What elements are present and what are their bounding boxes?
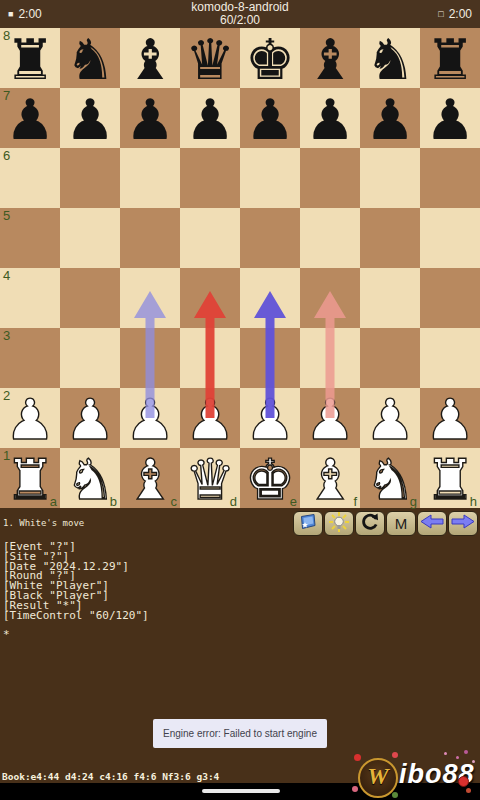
square-d8[interactable]: ♛ bbox=[180, 28, 240, 88]
black-piece-k: ♚ bbox=[240, 28, 300, 88]
lantern-dot bbox=[466, 788, 471, 793]
time-control: 60/2:00 bbox=[0, 14, 480, 27]
engine-error-toast: Engine error: Failed to start engine bbox=[153, 719, 327, 748]
square-d1[interactable]: ♛d bbox=[180, 448, 240, 508]
rank-label: 4 bbox=[3, 268, 10, 283]
watermark-logo: W ibo88 bbox=[352, 750, 480, 800]
square-f7[interactable]: ♟ bbox=[300, 88, 360, 148]
file-label: g bbox=[410, 494, 417, 509]
square-g3[interactable] bbox=[360, 328, 420, 388]
home-gesture-pill[interactable] bbox=[202, 789, 280, 793]
book-button[interactable] bbox=[293, 511, 323, 536]
square-d7[interactable]: ♟ bbox=[180, 88, 240, 148]
rank-label: 5 bbox=[3, 208, 10, 223]
rank-label: 8 bbox=[3, 28, 10, 43]
square-a6[interactable]: 6 bbox=[0, 148, 60, 208]
rank-label: 7 bbox=[3, 88, 10, 103]
square-g4[interactable] bbox=[360, 268, 420, 328]
square-h3[interactable] bbox=[420, 328, 480, 388]
square-c6[interactable] bbox=[120, 148, 180, 208]
white-piece-p: ♟ bbox=[360, 388, 420, 448]
back-button[interactable] bbox=[417, 511, 447, 536]
pgn-line: [Event "?"] bbox=[3, 542, 480, 552]
white-piece-p: ♟ bbox=[120, 388, 180, 448]
square-d4[interactable] bbox=[180, 268, 240, 328]
move-bar: 1. White's move bbox=[0, 508, 480, 538]
white-clock-icon: ■ bbox=[8, 8, 13, 20]
black-piece-b: ♝ bbox=[300, 28, 360, 88]
square-f5[interactable] bbox=[300, 208, 360, 268]
arrow-left-icon bbox=[420, 514, 444, 532]
black-piece-b: ♝ bbox=[120, 28, 180, 88]
file-label: c bbox=[171, 494, 178, 509]
move-status-text: 1. White's move bbox=[3, 518, 84, 528]
flower-dot bbox=[392, 752, 398, 758]
black-piece-n: ♞ bbox=[360, 28, 420, 88]
sparkle-dot bbox=[456, 756, 459, 759]
engine-title-block: komodo-8-android 60/2:00 bbox=[0, 1, 480, 27]
square-d5[interactable] bbox=[180, 208, 240, 268]
square-g6[interactable] bbox=[360, 148, 420, 208]
black-piece-p: ♟ bbox=[240, 88, 300, 148]
square-e8[interactable]: ♚ bbox=[240, 28, 300, 88]
square-f4[interactable] bbox=[300, 268, 360, 328]
square-e1[interactable]: ♚e bbox=[240, 448, 300, 508]
lightbulb-icon bbox=[329, 512, 349, 535]
refresh-icon bbox=[360, 512, 380, 535]
square-f3[interactable] bbox=[300, 328, 360, 388]
chess-board[interactable]: ♜8♞♝♛♚♝♞♜♟7♟♟♟♟♟♟♟6543♟2♟♟♟♟♟♟♟♜1a♞b♝c♛d… bbox=[0, 28, 480, 508]
white-piece-p: ♟ bbox=[240, 388, 300, 448]
white-clock-time: 2:00 bbox=[18, 7, 41, 21]
sparkle-dot bbox=[472, 760, 475, 763]
square-g5[interactable] bbox=[360, 208, 420, 268]
watermark-initial: W bbox=[360, 763, 396, 790]
book-icon bbox=[298, 513, 318, 534]
square-b4[interactable] bbox=[60, 268, 120, 328]
square-a2[interactable]: ♟2 bbox=[0, 388, 60, 448]
square-g8[interactable]: ♞ bbox=[360, 28, 420, 88]
status-bar: ■ 2:00 komodo-8-android 60/2:00 □ 2:00 bbox=[0, 0, 480, 28]
file-label: f bbox=[353, 494, 357, 509]
rank-label: 2 bbox=[3, 388, 10, 403]
black-piece-r: ♜ bbox=[420, 28, 480, 88]
square-e3[interactable] bbox=[240, 328, 300, 388]
arrow-right-icon bbox=[451, 514, 475, 532]
pgn-text: [Event "?"][Site "?"][Date "2024.12.29"]… bbox=[3, 542, 480, 640]
screen: { "game": "chess", "app": "komodo-8-andr… bbox=[0, 0, 480, 800]
square-e6[interactable] bbox=[240, 148, 300, 208]
square-a3[interactable]: 3 bbox=[0, 328, 60, 388]
black-clock-icon: □ bbox=[438, 8, 443, 20]
black-piece-q: ♛ bbox=[180, 28, 240, 88]
square-b5[interactable] bbox=[60, 208, 120, 268]
file-label: e bbox=[290, 494, 297, 509]
square-e4[interactable] bbox=[240, 268, 300, 328]
square-h6[interactable] bbox=[420, 148, 480, 208]
rank-label: 3 bbox=[3, 328, 10, 343]
white-piece-b: ♝ bbox=[300, 448, 360, 508]
square-b6[interactable] bbox=[60, 148, 120, 208]
square-a8[interactable]: ♜8 bbox=[0, 28, 60, 88]
square-b8[interactable]: ♞ bbox=[60, 28, 120, 88]
square-h1[interactable]: ♜h bbox=[420, 448, 480, 508]
square-f1[interactable]: ♝f bbox=[300, 448, 360, 508]
mode-button-label: M bbox=[395, 515, 408, 532]
square-d3[interactable] bbox=[180, 328, 240, 388]
square-f2[interactable]: ♟ bbox=[300, 388, 360, 448]
flower-dot bbox=[392, 792, 398, 798]
forward-button[interactable] bbox=[448, 511, 478, 536]
square-a5[interactable]: 5 bbox=[0, 208, 60, 268]
black-piece-p: ♟ bbox=[120, 88, 180, 148]
square-e5[interactable] bbox=[240, 208, 300, 268]
lantern-dot bbox=[458, 776, 469, 787]
black-piece-p: ♟ bbox=[300, 88, 360, 148]
square-a1[interactable]: ♜1a bbox=[0, 448, 60, 508]
square-c2[interactable]: ♟ bbox=[120, 388, 180, 448]
refresh-button[interactable] bbox=[355, 511, 385, 536]
square-h4[interactable] bbox=[420, 268, 480, 328]
square-c8[interactable]: ♝ bbox=[120, 28, 180, 88]
square-d2[interactable]: ♟ bbox=[180, 388, 240, 448]
white-piece-p: ♟ bbox=[180, 388, 240, 448]
file-label: h bbox=[470, 494, 477, 509]
rank-label: 6 bbox=[3, 148, 10, 163]
black-piece-p: ♟ bbox=[420, 88, 480, 148]
sparkle-dot bbox=[464, 750, 468, 754]
file-label: a bbox=[50, 494, 57, 509]
mode-button[interactable]: M bbox=[386, 511, 416, 536]
book-moves-text: Book:e4:44 d4:24 c4:16 f4:6 Nf3:6 g3:4 bbox=[2, 771, 219, 782]
black-clock-time: 2:00 bbox=[449, 7, 472, 21]
square-h7[interactable]: ♟ bbox=[420, 88, 480, 148]
square-e2[interactable]: ♟ bbox=[240, 388, 300, 448]
square-c4[interactable] bbox=[120, 268, 180, 328]
white-piece-p: ♟ bbox=[300, 388, 360, 448]
square-h8[interactable]: ♜ bbox=[420, 28, 480, 88]
sparkle-dot bbox=[444, 752, 447, 755]
square-a7[interactable]: ♟7 bbox=[0, 88, 60, 148]
black-piece-n: ♞ bbox=[60, 28, 120, 88]
file-label: b bbox=[110, 494, 117, 509]
square-b3[interactable] bbox=[60, 328, 120, 388]
flower-dot bbox=[354, 754, 361, 761]
pgn-result: * bbox=[3, 630, 480, 640]
square-d6[interactable] bbox=[180, 148, 240, 208]
engine-error-message: Engine error: Failed to start engine bbox=[163, 728, 317, 739]
white-clock: ■ 2:00 bbox=[8, 7, 42, 21]
square-c1[interactable]: ♝c bbox=[120, 448, 180, 508]
square-c3[interactable] bbox=[120, 328, 180, 388]
hint-button[interactable] bbox=[324, 511, 354, 536]
square-b2[interactable]: ♟ bbox=[60, 388, 120, 448]
black-piece-p: ♟ bbox=[60, 88, 120, 148]
square-a4[interactable]: 4 bbox=[0, 268, 60, 328]
flower-dot bbox=[352, 786, 358, 792]
square-f8[interactable]: ♝ bbox=[300, 28, 360, 88]
square-h2[interactable]: ♟ bbox=[420, 388, 480, 448]
rank-label: 1 bbox=[3, 448, 10, 463]
pgn-line: [TimeControl "60/120"] bbox=[3, 611, 480, 621]
square-b7[interactable]: ♟ bbox=[60, 88, 120, 148]
square-c5[interactable] bbox=[120, 208, 180, 268]
square-e7[interactable]: ♟ bbox=[240, 88, 300, 148]
square-g2[interactable]: ♟ bbox=[360, 388, 420, 448]
square-h5[interactable] bbox=[420, 208, 480, 268]
square-g1[interactable]: ♞g bbox=[360, 448, 420, 508]
black-piece-p: ♟ bbox=[360, 88, 420, 148]
toolbar: M bbox=[293, 511, 478, 536]
white-piece-p: ♟ bbox=[420, 388, 480, 448]
white-piece-p: ♟ bbox=[60, 388, 120, 448]
square-b1[interactable]: ♞b bbox=[60, 448, 120, 508]
black-piece-p: ♟ bbox=[180, 88, 240, 148]
square-f6[interactable] bbox=[300, 148, 360, 208]
black-clock: □ 2:00 bbox=[438, 7, 472, 21]
square-g7[interactable]: ♟ bbox=[360, 88, 420, 148]
square-c7[interactable]: ♟ bbox=[120, 88, 180, 148]
file-label: d bbox=[230, 494, 237, 509]
